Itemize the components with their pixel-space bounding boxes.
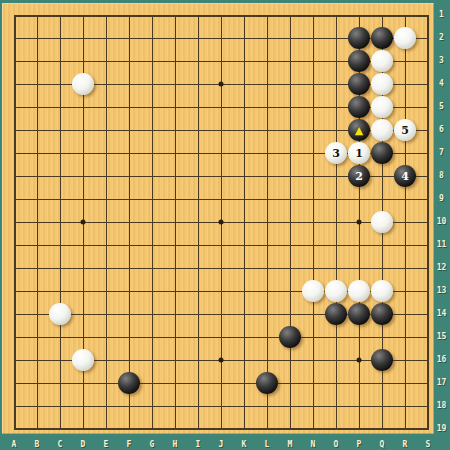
stone-black[interactable]: 2: [348, 165, 370, 187]
stone-white[interactable]: [371, 211, 393, 233]
stone-black[interactable]: [325, 303, 347, 325]
star-point: [357, 220, 362, 225]
stone-white[interactable]: [371, 73, 393, 95]
stone-white[interactable]: [371, 50, 393, 72]
row-label: 14: [434, 309, 449, 319]
stone-black[interactable]: [371, 142, 393, 164]
row-label: 18: [434, 401, 449, 411]
stone-white[interactable]: [371, 280, 393, 302]
row-label: 9: [434, 194, 449, 204]
row-label: 10: [434, 217, 449, 227]
row-label: 8: [434, 171, 449, 181]
stone-black[interactable]: [348, 27, 370, 49]
row-label: 1: [434, 10, 449, 20]
stone-white[interactable]: [371, 119, 393, 141]
stone-black[interactable]: [256, 372, 278, 394]
grid-line-vertical: [267, 15, 268, 430]
stone-white[interactable]: [72, 73, 94, 95]
stone-black[interactable]: [348, 303, 370, 325]
stone-white[interactable]: 5: [394, 119, 416, 141]
stone-white[interactable]: [302, 280, 324, 302]
column-label: I: [191, 440, 205, 450]
star-point: [357, 358, 362, 363]
column-label: B: [30, 440, 44, 450]
move-number-label: 1: [355, 148, 363, 159]
column-label: J: [214, 440, 228, 450]
stone-black[interactable]: [279, 326, 301, 348]
column-label: S: [421, 440, 435, 450]
column-label: G: [145, 440, 159, 450]
row-label: 16: [434, 355, 449, 365]
grid-line-vertical: [244, 15, 245, 430]
grid-line-vertical: [405, 15, 406, 430]
stone-black[interactable]: [371, 27, 393, 49]
stone-white[interactable]: [49, 303, 71, 325]
stone-black[interactable]: [371, 349, 393, 371]
column-label: Q: [375, 440, 389, 450]
grid-line-horizontal: [14, 406, 429, 407]
column-label: E: [99, 440, 113, 450]
grid-line-vertical: [313, 15, 314, 430]
stone-white[interactable]: 1: [348, 142, 370, 164]
column-label: P: [352, 440, 366, 450]
column-label: O: [329, 440, 343, 450]
row-label: 7: [434, 148, 449, 158]
grid-line-horizontal: [14, 268, 429, 269]
stone-black[interactable]: ▲: [348, 119, 370, 141]
stone-black[interactable]: [348, 73, 370, 95]
column-label: M: [283, 440, 297, 450]
move-number-label: 2: [355, 171, 363, 182]
star-point: [81, 220, 86, 225]
star-point: [219, 82, 224, 87]
stone-white[interactable]: [325, 280, 347, 302]
stone-black[interactable]: [118, 372, 140, 394]
row-label: 2: [434, 33, 449, 43]
column-label: A: [7, 440, 21, 450]
move-number-label: 5: [401, 125, 409, 136]
row-label: 12: [434, 263, 449, 273]
row-label: 4: [434, 79, 449, 89]
stone-black[interactable]: [371, 303, 393, 325]
stone-black[interactable]: 4: [394, 165, 416, 187]
stone-white[interactable]: [394, 27, 416, 49]
row-label: 6: [434, 125, 449, 135]
grid-line-vertical: [427, 15, 429, 430]
go-app-window: ▲24531 ABCDEFGHIJKLMNOPQRS 1234567891011…: [0, 0, 450, 450]
row-label: 19: [434, 424, 449, 434]
move-number-label: 4: [401, 171, 409, 182]
row-label: 13: [434, 286, 449, 296]
column-label: L: [260, 440, 274, 450]
stone-black[interactable]: [348, 96, 370, 118]
column-label: F: [122, 440, 136, 450]
grid-line-vertical: [290, 15, 291, 430]
triangle-marker-icon: ▲: [355, 125, 363, 136]
stone-white[interactable]: 3: [325, 142, 347, 164]
row-label: 11: [434, 240, 449, 250]
row-label: 17: [434, 378, 449, 388]
star-point: [219, 220, 224, 225]
column-label: K: [237, 440, 251, 450]
stone-white[interactable]: [72, 349, 94, 371]
column-label: R: [398, 440, 412, 450]
grid-line-horizontal: [14, 337, 429, 338]
grid-line-vertical: [336, 15, 337, 430]
stone-white[interactable]: [371, 96, 393, 118]
stone-white[interactable]: [348, 280, 370, 302]
stone-black[interactable]: [348, 50, 370, 72]
grid-line-horizontal: [14, 428, 429, 430]
grid-line-horizontal: [14, 245, 429, 246]
go-board[interactable]: [2, 3, 434, 434]
row-label: 15: [434, 332, 449, 342]
column-label: N: [306, 440, 320, 450]
star-point: [219, 358, 224, 363]
move-number-label: 3: [332, 148, 340, 159]
column-label: D: [76, 440, 90, 450]
row-label: 3: [434, 56, 449, 66]
grid-line-horizontal: [14, 383, 429, 384]
column-label: H: [168, 440, 182, 450]
column-label: C: [53, 440, 67, 450]
row-label: 5: [434, 102, 449, 112]
